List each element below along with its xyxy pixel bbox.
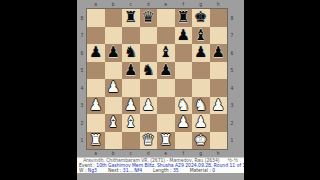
black-king: ♚ [194,10,207,25]
right-letterbox [244,0,320,180]
black-pawn: ♟ [89,45,102,60]
rank-label-3: 3 [79,97,85,115]
black-pawn: ♟ [159,63,172,78]
square-a6[interactable]: ♟ [87,44,105,62]
white-pawn: ♟ [212,98,225,113]
file-label-g: g [192,1,210,8]
square-d7[interactable] [140,27,158,45]
square-e2[interactable] [157,114,175,132]
next-label: Next : [108,168,121,173]
rank-label-8: 8 [229,9,235,27]
black-queen: ♛ [142,10,155,25]
square-d1[interactable]: ♛ [140,132,158,150]
square-a7[interactable] [87,27,105,45]
rank-label-7: 7 [229,27,235,45]
file-label-e: e [157,1,175,8]
square-d5[interactable]: ♞ [140,62,158,80]
file-label-f: f [175,1,193,8]
square-f7[interactable]: ♟ [175,27,193,45]
square-b7[interactable] [105,27,123,45]
rank-label-4: 4 [229,79,235,97]
square-c7[interactable] [122,27,140,45]
square-h6[interactable]: ♟ [210,44,228,62]
square-b2[interactable]: ♝ [105,114,123,132]
file-label-b: b [105,1,123,8]
rank-label-8: 8 [79,9,85,27]
square-f1[interactable] [175,132,193,150]
file-label-d: d [140,150,158,157]
square-d4[interactable] [140,79,158,97]
square-e1[interactable]: ♜ [157,132,175,150]
square-d2[interactable] [140,114,158,132]
square-g3[interactable]: ♞ [192,97,210,115]
square-g6[interactable]: ♟ [192,44,210,62]
square-h1[interactable] [210,132,228,150]
rank-label-1: 1 [229,132,235,150]
square-f3[interactable]: ♞ [175,97,193,115]
length-label: Length : [153,168,171,173]
file-label-h: h [210,150,228,157]
square-c2[interactable]: ♝ [122,114,140,132]
file-label-a: a [87,1,105,8]
rank-labels-right: 87654321 [229,9,235,149]
white-pawn: ♟ [142,98,155,113]
info-panel: Aravindh, Chithambaram VR. (2671) - Mame… [77,157,244,173]
white-king: ♚ [194,133,207,148]
square-e6[interactable]: ♝ [157,44,175,62]
file-label-c: c [122,1,140,8]
black-pawn: ♟ [194,45,207,60]
rank-label-2: 2 [79,114,85,132]
square-d6[interactable] [140,44,158,62]
square-b3[interactable] [105,97,123,115]
square-h3[interactable]: ♟ [210,97,228,115]
rank-label-6: 6 [229,44,235,62]
material-label: Material : [190,168,211,173]
square-e4[interactable] [157,79,175,97]
material-value: 0 [212,168,215,173]
next-move: 31... Nf4 [123,168,142,173]
square-e5[interactable]: ♟ [157,62,175,80]
white-bishop: ♝ [107,115,120,130]
square-e7[interactable] [157,27,175,45]
file-label-e: e [157,150,175,157]
square-c5[interactable]: ♟ [122,62,140,80]
square-f5[interactable] [175,62,193,80]
black-pawn: ♟ [107,45,120,60]
black-pawn: ♟ [212,45,225,60]
black-knight: ♞ [124,45,137,60]
file-labels-bottom: abcdefgh [87,150,227,157]
square-a1[interactable]: ♜ [87,132,105,150]
square-c1[interactable] [122,132,140,150]
file-labels-top: abcdefgh [87,1,227,8]
square-a8[interactable] [87,9,105,27]
square-a2[interactable] [87,114,105,132]
square-e3[interactable] [157,97,175,115]
black-bishop: ♝ [159,45,172,60]
board: ♜♛♜♚♟♝♟♟♞♝♟♟♟♞♟♟♟♟♟♞♞♟♝♝♟♟♜♛♜♚ [87,9,227,149]
rank-label-5: 5 [79,62,85,80]
white-knight: ♞ [177,98,190,113]
square-b6[interactable]: ♟ [105,44,123,62]
square-g4[interactable] [192,79,210,97]
white-pawn: ♟ [89,98,102,113]
black-pawn: ♟ [177,28,190,43]
square-b5[interactable] [105,62,123,80]
black-pawn: ♟ [124,63,137,78]
square-g1[interactable]: ♚ [192,132,210,150]
square-a3[interactable]: ♟ [87,97,105,115]
black-rook: ♜ [177,10,190,25]
square-e8[interactable] [157,9,175,27]
square-b4[interactable]: ♟ [105,79,123,97]
square-f8[interactable]: ♜ [175,9,193,27]
side-to-move-label: W : [79,168,86,173]
file-label-g: g [192,150,210,157]
white-pawn: ♟ [107,80,120,95]
rank-label-5: 5 [229,62,235,80]
rank-labels-left: 87654321 [79,9,85,149]
video-frame: abcdefgh abcdefgh 87654321 87654321 ♜♛♜♚… [0,0,320,180]
rank-label-2: 2 [229,114,235,132]
last-move: Ng3 [88,168,97,173]
rank-label-7: 7 [79,27,85,45]
white-rook: ♜ [159,133,172,148]
square-g7[interactable]: ♝ [192,27,210,45]
black-bishop: ♝ [194,28,207,43]
file-label-c: c [122,150,140,157]
spacer-2 [142,168,153,173]
square-d8[interactable]: ♛ [140,9,158,27]
file-label-d: d [140,1,158,8]
square-f4[interactable] [175,79,193,97]
file-label-b: b [105,150,123,157]
spacer-1 [97,168,108,173]
white-bishop: ♝ [124,115,137,130]
square-c3[interactable]: ♟ [122,97,140,115]
move-line: W : Ng3 Next : 31... Nf4 Length : 35 Mat… [79,168,244,173]
white-queen: ♛ [142,133,155,148]
square-f2[interactable]: ♟ [175,114,193,132]
square-b8[interactable] [105,9,123,27]
square-a4[interactable] [87,79,105,97]
square-h2[interactable] [210,114,228,132]
white-rook: ♜ [89,133,102,148]
rank-label-1: 1 [79,132,85,150]
square-a5[interactable] [87,62,105,80]
file-label-h: h [210,1,228,8]
black-knight: ♞ [142,63,155,78]
square-h7[interactable] [210,27,228,45]
square-h8[interactable] [210,9,228,27]
file-label-f: f [175,150,193,157]
white-pawn: ♟ [194,115,207,130]
square-g8[interactable]: ♚ [192,9,210,27]
rank-label-6: 6 [79,44,85,62]
white-knight: ♞ [194,98,207,113]
square-g5[interactable] [192,62,210,80]
spacer-3 [179,168,190,173]
square-b1[interactable] [105,132,123,150]
square-h5[interactable] [210,62,228,80]
square-c6[interactable]: ♞ [122,44,140,62]
square-g2[interactable]: ♟ [192,114,210,132]
square-d3[interactable]: ♟ [140,97,158,115]
square-f6[interactable] [175,44,193,62]
square-c8[interactable]: ♜ [122,9,140,27]
board-panel: abcdefgh abcdefgh 87654321 87654321 ♜♛♜♚… [77,0,244,180]
square-h4[interactable] [210,79,228,97]
left-letterbox [0,0,77,180]
black-rook: ♜ [124,10,137,25]
white-pawn: ♟ [124,98,137,113]
rank-label-3: 3 [229,97,235,115]
white-pawn: ♟ [177,115,190,130]
file-label-a: a [87,150,105,157]
square-c4[interactable] [122,79,140,97]
rank-label-4: 4 [79,79,85,97]
